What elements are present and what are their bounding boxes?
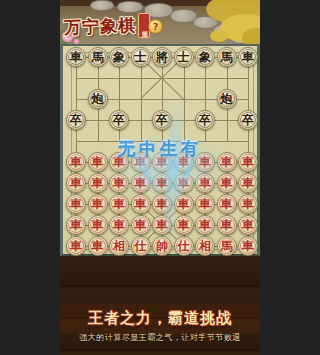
piece-black-車[interactable]: 車 (66, 47, 86, 67)
promo-subtitle: 强大的计算尽显王霸之气，让对手节节败退 (60, 332, 260, 343)
piece-red-車[interactable]: 車 (238, 173, 258, 193)
promo-banner: 王者之力，霸道挑战 强大的计算尽显王霸之气，让对手节节败退 (60, 256, 260, 355)
piece-red-相[interactable]: 相 (109, 236, 129, 256)
piece-black-炮[interactable]: 炮 (217, 89, 237, 109)
piece-red-仕[interactable]: 仕 (174, 236, 194, 256)
piece-red-車[interactable]: 車 (109, 194, 129, 214)
piece-black-車[interactable]: 車 (238, 47, 258, 67)
piece-red-車[interactable]: 車 (217, 194, 237, 214)
piece-red-車[interactable]: 車 (66, 236, 86, 256)
piece-red-車[interactable]: 車 (66, 194, 86, 214)
help-button[interactable]: ? (148, 19, 163, 34)
piece-black-卒[interactable]: 卒 (109, 110, 129, 130)
piece-black-將[interactable]: 將 (152, 47, 172, 67)
piece-red-車[interactable]: 車 (131, 215, 151, 235)
piece-red-車[interactable]: 車 (238, 236, 258, 256)
piece-red-車[interactable]: 車 (238, 194, 258, 214)
piece-red-車[interactable]: 車 (217, 215, 237, 235)
app: 万宁象棋 大师版 ? 車馬象士將士象馬車炮炮卒卒卒卒卒車車車車車車車車車車車車車… (60, 0, 260, 355)
piece-red-馬[interactable]: 馬 (217, 236, 237, 256)
piece-red-車[interactable]: 車 (238, 215, 258, 235)
puzzle-name-overlay: 无中生有 (63, 137, 257, 160)
ginkgo-foliage (242, 28, 260, 44)
game-logo: 万宁象棋 (64, 14, 143, 40)
piece-red-車[interactable]: 車 (88, 215, 108, 235)
piece-black-卒[interactable]: 卒 (195, 110, 215, 130)
promo-title: 王者之力，霸道挑战 (60, 309, 260, 328)
piece-red-車[interactable]: 車 (88, 173, 108, 193)
piece-black-馬[interactable]: 馬 (217, 47, 237, 67)
piece-black-士[interactable]: 士 (131, 47, 151, 67)
stone-path (90, 0, 114, 11)
piece-black-士[interactable]: 士 (174, 47, 194, 67)
header-scene: 万宁象棋 大师版 ? (60, 0, 260, 44)
piece-black-卒[interactable]: 卒 (238, 110, 258, 130)
piece-red-仕[interactable]: 仕 (131, 236, 151, 256)
piece-red-車[interactable]: 車 (88, 236, 108, 256)
piece-red-相[interactable]: 相 (195, 236, 215, 256)
piece-red-車[interactable]: 車 (131, 194, 151, 214)
piece-red-車[interactable]: 車 (109, 215, 129, 235)
ginkgo-foliage (210, 30, 228, 42)
piece-black-象[interactable]: 象 (109, 47, 129, 67)
piece-black-炮[interactable]: 炮 (88, 89, 108, 109)
piece-red-車[interactable]: 車 (195, 215, 215, 235)
piece-red-車[interactable]: 車 (195, 194, 215, 214)
xiangqi-board[interactable]: 車馬象士將士象馬車炮炮卒卒卒卒卒車車車車車車車車車車車車車車車車車車車車車車車車… (60, 44, 260, 256)
piece-black-象[interactable]: 象 (195, 47, 215, 67)
piece-red-車[interactable]: 車 (66, 173, 86, 193)
piece-red-車[interactable]: 車 (66, 215, 86, 235)
stone-path (117, 1, 143, 13)
piece-black-馬[interactable]: 馬 (88, 47, 108, 67)
piece-black-卒[interactable]: 卒 (66, 110, 86, 130)
piece-red-車[interactable]: 車 (88, 194, 108, 214)
piece-red-車[interactable]: 車 (174, 215, 194, 235)
